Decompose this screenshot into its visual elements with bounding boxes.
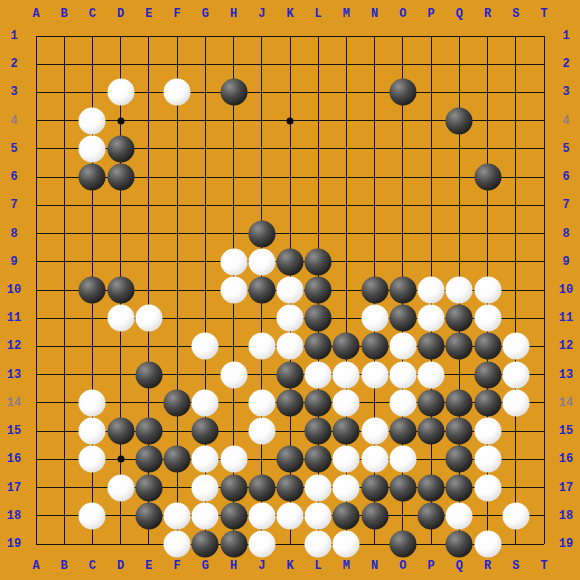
black-stone-L10	[305, 277, 332, 304]
row-label-left-5: 5	[10, 142, 17, 156]
black-stone-M15	[333, 418, 360, 445]
white-stone-M19	[333, 531, 360, 558]
row-label-left-15: 15	[7, 424, 21, 438]
row-label-left-4: 4	[10, 114, 17, 128]
black-stone-L16	[305, 446, 332, 473]
column-label-top-G: G	[202, 7, 209, 21]
black-stone-H3	[220, 79, 247, 106]
black-stone-O3	[389, 79, 416, 106]
black-stone-K9	[277, 248, 304, 275]
row-label-left-7: 7	[10, 198, 17, 212]
black-stone-E17	[135, 474, 162, 501]
white-stone-H13	[220, 361, 247, 388]
white-stone-N11	[361, 305, 388, 332]
white-stone-G16	[192, 446, 219, 473]
column-label-top-A: A	[32, 7, 39, 21]
black-stone-N12	[361, 333, 388, 360]
white-stone-P10	[418, 277, 445, 304]
black-stone-D10	[107, 277, 134, 304]
grid-line-vertical	[544, 36, 545, 544]
black-stone-Q12	[446, 333, 473, 360]
white-stone-C15	[79, 418, 106, 445]
column-label-top-K: K	[286, 7, 293, 21]
white-stone-O16	[389, 446, 416, 473]
column-label-top-B: B	[61, 7, 68, 21]
white-stone-M16	[333, 446, 360, 473]
star-point-D16	[117, 456, 124, 463]
row-label-left-6: 6	[10, 170, 17, 184]
white-stone-R10	[474, 277, 501, 304]
black-stone-P15	[418, 418, 445, 445]
black-stone-L12	[305, 333, 332, 360]
white-stone-L13	[305, 361, 332, 388]
black-stone-D6	[107, 164, 134, 191]
black-stone-M18	[333, 502, 360, 529]
column-label-top-P: P	[428, 7, 435, 21]
column-label-bottom-C: C	[89, 559, 96, 573]
column-label-bottom-N: N	[371, 559, 378, 573]
white-stone-F19	[164, 531, 191, 558]
row-label-left-19: 19	[7, 537, 21, 551]
black-stone-R13	[474, 361, 501, 388]
row-label-right-16: 16	[559, 452, 573, 466]
go-board[interactable]: AABBCCDDEEFFGGHHJJKKLLMMNNOOPPQQRRSSTT11…	[0, 0, 580, 580]
column-label-bottom-O: O	[399, 559, 406, 573]
white-stone-L18	[305, 502, 332, 529]
black-stone-P17	[418, 474, 445, 501]
white-stone-K10	[277, 277, 304, 304]
row-label-right-18: 18	[559, 509, 573, 523]
black-stone-Q17	[446, 474, 473, 501]
black-stone-P18	[418, 502, 445, 529]
black-stone-O11	[389, 305, 416, 332]
row-label-right-11: 11	[559, 311, 573, 325]
row-label-left-1: 1	[10, 29, 17, 43]
row-label-left-17: 17	[7, 481, 21, 495]
white-stone-Q18	[446, 502, 473, 529]
white-stone-S13	[502, 361, 529, 388]
black-stone-H17	[220, 474, 247, 501]
column-label-bottom-Q: Q	[456, 559, 463, 573]
black-stone-C10	[79, 277, 106, 304]
row-label-left-8: 8	[10, 227, 17, 241]
black-stone-H19	[220, 531, 247, 558]
black-stone-Q15	[446, 418, 473, 445]
column-label-bottom-L: L	[315, 559, 322, 573]
row-label-right-2: 2	[562, 57, 569, 71]
black-stone-E16	[135, 446, 162, 473]
white-stone-H16	[220, 446, 247, 473]
white-stone-C4	[79, 107, 106, 134]
white-stone-L19	[305, 531, 332, 558]
column-label-top-M: M	[343, 7, 350, 21]
column-label-top-C: C	[89, 7, 96, 21]
column-label-top-R: R	[484, 7, 491, 21]
black-stone-C6	[79, 164, 106, 191]
white-stone-O12	[389, 333, 416, 360]
white-stone-E11	[135, 305, 162, 332]
black-stone-D15	[107, 418, 134, 445]
column-label-bottom-A: A	[32, 559, 39, 573]
black-stone-M12	[333, 333, 360, 360]
white-stone-N13	[361, 361, 388, 388]
row-label-right-9: 9	[562, 255, 569, 269]
row-label-left-12: 12	[7, 339, 21, 353]
column-label-bottom-E: E	[145, 559, 152, 573]
column-label-top-S: S	[512, 7, 519, 21]
black-stone-E15	[135, 418, 162, 445]
column-label-top-Q: Q	[456, 7, 463, 21]
black-stone-J8	[248, 220, 275, 247]
black-stone-N17	[361, 474, 388, 501]
white-stone-R17	[474, 474, 501, 501]
black-stone-F16	[164, 446, 191, 473]
black-stone-Q11	[446, 305, 473, 332]
white-stone-L17	[305, 474, 332, 501]
column-label-top-T: T	[540, 7, 547, 21]
white-stone-H10	[220, 277, 247, 304]
black-stone-R6	[474, 164, 501, 191]
black-stone-L15	[305, 418, 332, 445]
white-stone-M17	[333, 474, 360, 501]
white-stone-G17	[192, 474, 219, 501]
row-label-left-9: 9	[10, 255, 17, 269]
row-label-right-8: 8	[562, 227, 569, 241]
white-stone-R15	[474, 418, 501, 445]
black-stone-G19	[192, 531, 219, 558]
white-stone-N16	[361, 446, 388, 473]
white-stone-O13	[389, 361, 416, 388]
white-stone-K12	[277, 333, 304, 360]
white-stone-P11	[418, 305, 445, 332]
white-stone-M13	[333, 361, 360, 388]
column-label-bottom-R: R	[484, 559, 491, 573]
white-stone-J19	[248, 531, 275, 558]
row-label-right-12: 12	[559, 339, 573, 353]
row-label-left-11: 11	[7, 311, 21, 325]
column-label-top-L: L	[315, 7, 322, 21]
column-label-bottom-G: G	[202, 559, 209, 573]
black-stone-G15	[192, 418, 219, 445]
grid-line-vertical	[515, 36, 516, 544]
black-stone-L11	[305, 305, 332, 332]
black-stone-Q4	[446, 107, 473, 134]
white-stone-G12	[192, 333, 219, 360]
black-stone-J17	[248, 474, 275, 501]
black-stone-R12	[474, 333, 501, 360]
row-label-right-15: 15	[559, 424, 573, 438]
black-stone-Q14	[446, 389, 473, 416]
white-stone-F3	[164, 79, 191, 106]
black-stone-P14	[418, 389, 445, 416]
black-stone-L14	[305, 389, 332, 416]
white-stone-S18	[502, 502, 529, 529]
column-label-top-F: F	[174, 7, 181, 21]
row-label-right-14: 14	[559, 396, 573, 410]
white-stone-J18	[248, 502, 275, 529]
white-stone-J12	[248, 333, 275, 360]
column-label-bottom-H: H	[230, 559, 237, 573]
row-label-left-13: 13	[7, 368, 21, 382]
white-stone-G14	[192, 389, 219, 416]
column-label-top-N: N	[371, 7, 378, 21]
white-stone-R16	[474, 446, 501, 473]
black-stone-R14	[474, 389, 501, 416]
white-stone-K18	[277, 502, 304, 529]
black-stone-O17	[389, 474, 416, 501]
column-label-bottom-B: B	[61, 559, 68, 573]
black-stone-H18	[220, 502, 247, 529]
row-label-right-3: 3	[562, 85, 569, 99]
white-stone-G18	[192, 502, 219, 529]
white-stone-R19	[474, 531, 501, 558]
white-stone-F18	[164, 502, 191, 529]
star-point-K4	[287, 117, 294, 124]
white-stone-C18	[79, 502, 106, 529]
row-label-left-18: 18	[7, 509, 21, 523]
black-stone-Q16	[446, 446, 473, 473]
white-stone-O14	[389, 389, 416, 416]
white-stone-J14	[248, 389, 275, 416]
row-label-right-19: 19	[559, 537, 573, 551]
white-stone-M14	[333, 389, 360, 416]
row-label-right-13: 13	[559, 368, 573, 382]
row-label-right-10: 10	[559, 283, 573, 297]
white-stone-Q10	[446, 277, 473, 304]
row-label-left-3: 3	[10, 85, 17, 99]
black-stone-O15	[389, 418, 416, 445]
row-label-right-6: 6	[562, 170, 569, 184]
row-label-right-1: 1	[562, 29, 569, 43]
column-label-bottom-M: M	[343, 559, 350, 573]
black-stone-P12	[418, 333, 445, 360]
black-stone-D5	[107, 135, 134, 162]
black-stone-J10	[248, 277, 275, 304]
white-stone-H9	[220, 248, 247, 275]
star-point-D4	[117, 117, 124, 124]
white-stone-C14	[79, 389, 106, 416]
column-label-top-E: E	[145, 7, 152, 21]
row-label-left-16: 16	[7, 452, 21, 466]
black-stone-E13	[135, 361, 162, 388]
white-stone-J15	[248, 418, 275, 445]
row-label-left-10: 10	[7, 283, 21, 297]
black-stone-K13	[277, 361, 304, 388]
column-label-bottom-T: T	[540, 559, 547, 573]
row-label-right-7: 7	[562, 198, 569, 212]
black-stone-K17	[277, 474, 304, 501]
white-stone-R11	[474, 305, 501, 332]
black-stone-N18	[361, 502, 388, 529]
column-label-bottom-D: D	[117, 559, 124, 573]
black-stone-N10	[361, 277, 388, 304]
white-stone-S14	[502, 389, 529, 416]
row-label-left-2: 2	[10, 57, 17, 71]
black-stone-O19	[389, 531, 416, 558]
column-label-bottom-F: F	[174, 559, 181, 573]
row-label-right-17: 17	[559, 481, 573, 495]
white-stone-N15	[361, 418, 388, 445]
row-label-left-14: 14	[7, 396, 21, 410]
column-label-bottom-S: S	[512, 559, 519, 573]
row-label-right-4: 4	[562, 114, 569, 128]
white-stone-C5	[79, 135, 106, 162]
white-stone-C16	[79, 446, 106, 473]
white-stone-S12	[502, 333, 529, 360]
white-stone-K11	[277, 305, 304, 332]
column-label-top-H: H	[230, 7, 237, 21]
black-stone-L9	[305, 248, 332, 275]
column-label-bottom-J: J	[258, 559, 265, 573]
white-stone-D11	[107, 305, 134, 332]
black-stone-F14	[164, 389, 191, 416]
column-label-top-J: J	[258, 7, 265, 21]
row-label-right-5: 5	[562, 142, 569, 156]
column-label-top-D: D	[117, 7, 124, 21]
black-stone-K14	[277, 389, 304, 416]
black-stone-Q19	[446, 531, 473, 558]
white-stone-P13	[418, 361, 445, 388]
white-stone-J9	[248, 248, 275, 275]
black-stone-K16	[277, 446, 304, 473]
column-label-top-O: O	[399, 7, 406, 21]
white-stone-D3	[107, 79, 134, 106]
black-stone-E18	[135, 502, 162, 529]
column-label-bottom-K: K	[286, 559, 293, 573]
white-stone-D17	[107, 474, 134, 501]
column-label-bottom-P: P	[428, 559, 435, 573]
black-stone-O10	[389, 277, 416, 304]
